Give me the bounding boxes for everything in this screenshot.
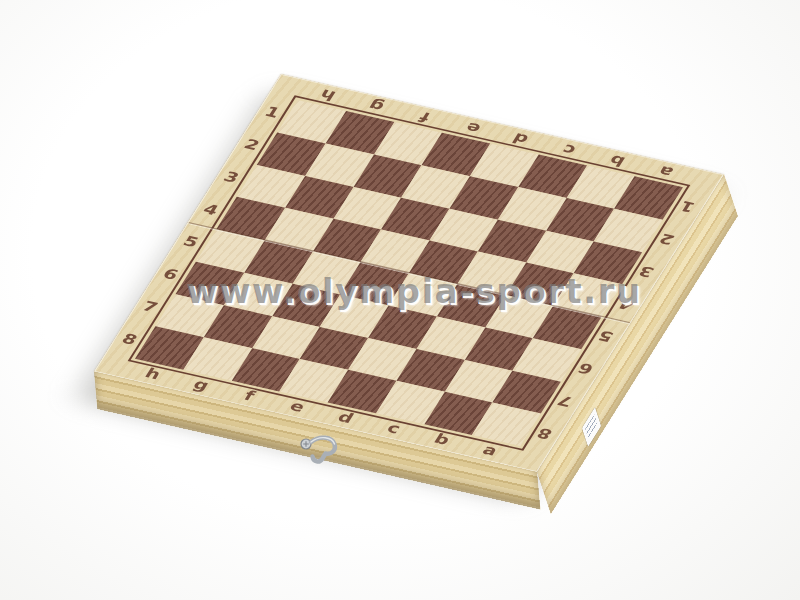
file-label-b: b xyxy=(431,432,452,447)
rank-label-7: 7 xyxy=(555,393,576,408)
file-label-d: d xyxy=(510,131,531,146)
file-label-g: g xyxy=(191,377,212,392)
file-label-e: e xyxy=(287,399,307,414)
product-photo-scene: hgfedcba hgfedcba 12345678 12345678 www.… xyxy=(0,0,800,600)
metal-latch-icon xyxy=(296,431,348,469)
file-label-d: d xyxy=(335,410,356,425)
rank-label-3: 3 xyxy=(221,170,242,185)
rank-label-4: 4 xyxy=(201,202,222,217)
rank-label-5: 5 xyxy=(596,328,617,343)
file-label-g: g xyxy=(366,98,387,113)
barcode-sticker xyxy=(582,407,602,447)
watermark-text: www.olympia-sport.ru xyxy=(186,272,638,311)
file-label-e: e xyxy=(463,120,483,135)
rank-label-1: 1 xyxy=(677,199,698,214)
rank-label-5: 5 xyxy=(180,234,201,249)
file-label-h: h xyxy=(318,87,339,102)
latch-hook-icon xyxy=(311,438,335,462)
rank-label-6: 6 xyxy=(575,361,596,376)
rank-label-8: 8 xyxy=(535,425,556,440)
file-label-f: f xyxy=(417,110,433,124)
rank-label-2: 2 xyxy=(657,231,678,246)
rank-label-7: 7 xyxy=(140,299,161,314)
file-label-b: b xyxy=(607,153,628,168)
file-label-a: a xyxy=(480,443,500,458)
rank-label-1: 1 xyxy=(262,105,283,120)
rank-label-6: 6 xyxy=(160,267,181,282)
file-label-c: c xyxy=(560,142,579,157)
rank-label-8: 8 xyxy=(119,331,140,346)
file-label-h: h xyxy=(142,366,163,381)
rank-label-2: 2 xyxy=(241,137,262,152)
file-label-f: f xyxy=(241,389,257,403)
file-label-a: a xyxy=(655,164,675,179)
file-label-c: c xyxy=(384,421,403,436)
